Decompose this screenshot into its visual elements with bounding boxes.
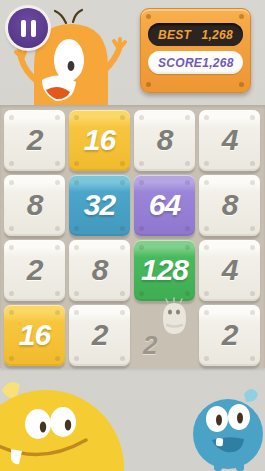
tile-16: 16 <box>4 305 65 366</box>
tile-value: 16 <box>19 320 50 350</box>
best-value: 1,268 <box>201 28 233 42</box>
tile-4: 4 <box>199 240 260 301</box>
tile-8: 8 <box>199 175 260 236</box>
tile-value: 4 <box>222 255 238 285</box>
tile-value: 16 <box>84 125 115 155</box>
game-screen: BEST 1,268 SCORE 1,268 21684832648281284… <box>0 0 265 471</box>
score-label: SCORE <box>158 56 202 70</box>
tile-value: 128 <box>141 255 188 285</box>
blue-monster-mascot <box>192 386 265 471</box>
tile-value: 64 <box>149 190 180 220</box>
tile-64: 64 <box>134 175 195 236</box>
tile-value: 8 <box>27 190 43 220</box>
spawn-creature-icon <box>158 296 191 336</box>
tile-value: 2 <box>92 320 108 350</box>
tile-2: 2 <box>4 110 65 171</box>
pause-icon <box>8 8 48 48</box>
best-score-row: BEST 1,268 <box>148 23 243 46</box>
game-board[interactable]: 2168483264828128416222 <box>0 105 265 368</box>
tile-2: 2 <box>199 305 260 366</box>
spawning-tile-value: 2 <box>143 330 157 361</box>
tile-2: 2 <box>4 240 65 301</box>
tile-128: 128 <box>134 240 195 301</box>
tile-value: 2 <box>27 125 43 155</box>
tile-2: 2 <box>69 305 130 366</box>
score-value: 1,268 <box>202 56 234 70</box>
tile-value: 4 <box>222 125 238 155</box>
pause-button[interactable] <box>8 8 48 48</box>
tile-value: 8 <box>157 125 173 155</box>
best-label: BEST <box>158 28 191 42</box>
tile-value: 8 <box>222 190 238 220</box>
yellow-monster-mascot <box>0 376 124 471</box>
tile-32: 32 <box>69 175 130 236</box>
scoreboard: BEST 1,268 SCORE 1,268 <box>140 8 251 93</box>
spawning-tile: 2 <box>134 305 195 366</box>
tile-8: 8 <box>134 110 195 171</box>
tile-value: 2 <box>27 255 43 285</box>
current-score-row: SCORE 1,268 <box>148 51 243 74</box>
tile-8: 8 <box>69 240 130 301</box>
tile-value: 32 <box>84 190 115 220</box>
tile-16: 16 <box>69 110 130 171</box>
tile-4: 4 <box>199 110 260 171</box>
tile-value: 8 <box>92 255 108 285</box>
tile-value: 2 <box>222 320 238 350</box>
tile-8: 8 <box>4 175 65 236</box>
